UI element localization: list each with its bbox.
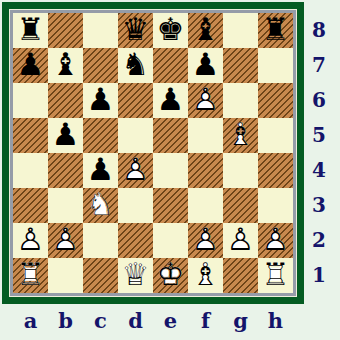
rank-label-4: 4 [304,153,334,188]
square-b1[interactable] [48,258,83,293]
piece-glyph: ♟ [188,48,223,83]
square-d4[interactable]: ♟♙ [118,153,153,188]
file-label-g: g [223,305,258,337]
piece-black-queen[interactable]: ♛ [118,13,153,48]
square-f5[interactable] [188,118,223,153]
square-a4[interactable] [13,153,48,188]
square-c4[interactable]: ♟ [83,153,118,188]
square-g4[interactable] [223,153,258,188]
square-b6[interactable] [48,83,83,118]
square-g6[interactable] [223,83,258,118]
piece-outline-layer: ♙ [258,223,293,258]
piece-glyph: ♜ [13,13,48,48]
square-f2[interactable]: ♟♙ [188,223,223,258]
piece-glyph: ♛ [118,13,153,48]
square-h6[interactable] [258,83,293,118]
piece-black-pawn[interactable]: ♟ [83,83,118,118]
square-a3[interactable] [13,188,48,223]
piece-white-bishop[interactable]: ♝♗ [188,258,223,293]
file-label-e: e [153,305,188,337]
piece-outline-layer: ♔ [153,258,188,293]
square-h5[interactable] [258,118,293,153]
piece-glyph: ♟ [153,83,188,118]
file-label-a: a [13,305,48,337]
square-b2[interactable]: ♟♙ [48,223,83,258]
square-g2[interactable]: ♟♙ [223,223,258,258]
piece-white-pawn[interactable]: ♟♙ [258,223,293,258]
piece-white-bishop[interactable]: ♝♗ [223,118,258,153]
square-b4[interactable] [48,153,83,188]
square-g1[interactable] [223,258,258,293]
square-b7[interactable]: ♝ [48,48,83,83]
square-e1[interactable]: ♚♔ [153,258,188,293]
board-frame: ♜♛♚♝♜♟♝♞♟♟♟♟♙♟♝♗♟♟♙♞♘♟♙♟♙♟♙♟♙♟♙♜♖♛♕♚♔♝♗♜… [2,2,304,304]
piece-white-pawn[interactable]: ♟♙ [188,223,223,258]
piece-glyph: ♝ [48,48,83,83]
board-inner-frame: ♜♛♚♝♜♟♝♞♟♟♟♟♙♟♝♗♟♟♙♞♘♟♙♟♙♟♙♟♙♟♙♜♖♛♕♚♔♝♗♜… [10,10,296,296]
piece-white-pawn[interactable]: ♟♙ [188,83,223,118]
piece-black-king[interactable]: ♚ [153,13,188,48]
square-f1[interactable]: ♝♗ [188,258,223,293]
square-d6[interactable] [118,83,153,118]
piece-outline-layer: ♙ [118,153,153,188]
piece-white-rook[interactable]: ♜♖ [13,258,48,293]
square-h3[interactable] [258,188,293,223]
chess-board: ♜♛♚♝♜♟♝♞♟♟♟♟♙♟♝♗♟♟♙♞♘♟♙♟♙♟♙♟♙♟♙♜♖♛♕♚♔♝♗♜… [13,13,293,293]
piece-white-knight[interactable]: ♞♘ [83,188,118,223]
file-label-c: c [83,305,118,337]
piece-white-rook[interactable]: ♜♖ [258,258,293,293]
piece-white-king[interactable]: ♚♔ [153,258,188,293]
square-f8[interactable]: ♝ [188,13,223,48]
rank-label-6: 6 [304,83,334,118]
square-f4[interactable] [188,153,223,188]
piece-glyph: ♟ [48,118,83,153]
square-h4[interactable] [258,153,293,188]
square-c2[interactable] [83,223,118,258]
square-d3[interactable] [118,188,153,223]
file-label-b: b [48,305,83,337]
square-e7[interactable] [153,48,188,83]
rank-label-3: 3 [304,188,334,223]
square-e4[interactable] [153,153,188,188]
piece-black-pawn[interactable]: ♟ [83,153,118,188]
piece-white-pawn[interactable]: ♟♙ [13,223,48,258]
rank-label-5: 5 [304,118,334,153]
piece-outline-layer: ♘ [83,188,118,223]
piece-white-pawn[interactable]: ♟♙ [48,223,83,258]
piece-glyph: ♚ [153,13,188,48]
piece-black-pawn[interactable]: ♟ [13,48,48,83]
piece-outline-layer: ♗ [223,118,258,153]
rank-labels: 87654321 [304,13,334,293]
piece-black-pawn[interactable]: ♟ [188,48,223,83]
square-g5[interactable]: ♝♗ [223,118,258,153]
piece-glyph: ♟ [83,83,118,118]
piece-outline-layer: ♙ [223,223,258,258]
square-c5[interactable] [83,118,118,153]
square-c7[interactable] [83,48,118,83]
square-g8[interactable] [223,13,258,48]
square-c8[interactable] [83,13,118,48]
rank-label-1: 1 [304,258,334,293]
square-h8[interactable]: ♜ [258,13,293,48]
square-e3[interactable] [153,188,188,223]
square-g7[interactable] [223,48,258,83]
square-b8[interactable] [48,13,83,48]
piece-black-pawn[interactable]: ♟ [48,118,83,153]
square-a7[interactable]: ♟ [13,48,48,83]
piece-glyph: ♜ [258,13,293,48]
piece-black-bishop[interactable]: ♝ [48,48,83,83]
square-b3[interactable] [48,188,83,223]
piece-glyph: ♟ [13,48,48,83]
square-a2[interactable]: ♟♙ [13,223,48,258]
file-labels: abcdefgh [13,305,293,337]
piece-glyph: ♟ [83,153,118,188]
piece-white-pawn[interactable]: ♟♙ [118,153,153,188]
piece-white-queen[interactable]: ♛♕ [118,258,153,293]
square-e2[interactable] [153,223,188,258]
square-c1[interactable] [83,258,118,293]
square-e5[interactable] [153,118,188,153]
rank-label-7: 7 [304,48,334,83]
piece-black-bishop[interactable]: ♝ [188,13,223,48]
piece-glyph: ♞ [118,48,153,83]
square-a6[interactable] [13,83,48,118]
square-h7[interactable] [258,48,293,83]
piece-black-pawn[interactable]: ♟ [153,83,188,118]
square-c6[interactable]: ♟ [83,83,118,118]
file-label-d: d [118,305,153,337]
square-d8[interactable]: ♛ [118,13,153,48]
piece-black-knight[interactable]: ♞ [118,48,153,83]
square-d2[interactable] [118,223,153,258]
square-b5[interactable]: ♟ [48,118,83,153]
rank-label-8: 8 [304,13,334,48]
square-h2[interactable]: ♟♙ [258,223,293,258]
file-label-h: h [258,305,293,337]
piece-outline-layer: ♖ [258,258,293,293]
square-f7[interactable]: ♟ [188,48,223,83]
square-f6[interactable]: ♟♙ [188,83,223,118]
square-c3[interactable]: ♞♘ [83,188,118,223]
file-label-f: f [188,305,223,337]
piece-black-rook[interactable]: ♜ [258,13,293,48]
piece-glyph: ♝ [188,13,223,48]
square-a1[interactable]: ♜♖ [13,258,48,293]
square-g3[interactable] [223,188,258,223]
square-a5[interactable] [13,118,48,153]
piece-black-rook[interactable]: ♜ [13,13,48,48]
piece-outline-layer: ♙ [48,223,83,258]
square-h1[interactable]: ♜♖ [258,258,293,293]
square-f3[interactable] [188,188,223,223]
square-a8[interactable]: ♜ [13,13,48,48]
square-e8[interactable]: ♚ [153,13,188,48]
square-d5[interactable] [118,118,153,153]
piece-outline-layer: ♙ [188,83,223,118]
rank-label-2: 2 [304,223,334,258]
piece-outline-layer: ♖ [13,258,48,293]
square-d1[interactable]: ♛♕ [118,258,153,293]
square-d7[interactable]: ♞ [118,48,153,83]
chess-diagram: ♜♛♚♝♜♟♝♞♟♟♟♟♙♟♝♗♟♟♙♞♘♟♙♟♙♟♙♟♙♟♙♜♖♛♕♚♔♝♗♜… [0,0,340,340]
square-e6[interactable]: ♟ [153,83,188,118]
piece-outline-layer: ♕ [118,258,153,293]
piece-outline-layer: ♙ [13,223,48,258]
piece-white-pawn[interactable]: ♟♙ [223,223,258,258]
piece-outline-layer: ♙ [188,223,223,258]
piece-outline-layer: ♗ [188,258,223,293]
